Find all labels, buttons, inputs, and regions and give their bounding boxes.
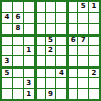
sudoku-cell-r7c5[interactable] xyxy=(46,67,56,77)
sudoku-cell-r7c8[interactable] xyxy=(78,67,88,77)
sudoku-cell-r6c8[interactable] xyxy=(78,56,88,66)
sudoku-cell-r2c1: 4 xyxy=(2,13,12,23)
sudoku-cell-r1c6[interactable] xyxy=(56,2,66,12)
sudoku-cell-r4c4[interactable] xyxy=(35,35,45,45)
sudoku-cell-r6c2[interactable] xyxy=(13,56,23,66)
sudoku-cell-r5c4[interactable] xyxy=(35,46,45,56)
sudoku-cell-r9c5: 9 xyxy=(46,89,56,99)
sudoku-cell-r1c1[interactable] xyxy=(2,2,12,12)
sudoku-cell-r4c5: 5 xyxy=(46,35,56,45)
sudoku-cell-r5c5: 2 xyxy=(46,46,56,56)
sudoku-cell-r2c7[interactable] xyxy=(67,13,77,23)
sudoku-cell-r8c4[interactable] xyxy=(35,78,45,88)
sudoku-cell-r1c3[interactable] xyxy=(24,2,34,12)
sudoku-cell-r7c9: 2 xyxy=(89,67,99,77)
sudoku-cell-r8c6[interactable] xyxy=(56,78,66,88)
sudoku-cell-r1c8: 5 xyxy=(78,2,88,12)
sudoku-cell-r6c6[interactable] xyxy=(56,56,66,66)
sudoku-cell-r8c5[interactable] xyxy=(46,78,56,88)
sudoku-board: 51468567123542319 xyxy=(0,0,101,101)
sudoku-cell-r9c6[interactable] xyxy=(56,89,66,99)
sudoku-cell-r5c8[interactable] xyxy=(78,46,88,56)
sudoku-cell-r4c8: 7 xyxy=(78,35,88,45)
sudoku-cell-r8c8[interactable] xyxy=(78,78,88,88)
sudoku-cell-r8c1[interactable] xyxy=(2,78,12,88)
sudoku-cell-r9c9 xyxy=(89,89,99,99)
sudoku-cell-r4c3[interactable] xyxy=(24,35,34,45)
sudoku-cell-r5c3: 1 xyxy=(24,46,34,56)
sudoku-cell-r3c2: 8 xyxy=(13,24,23,34)
sudoku-cell-r7c7[interactable] xyxy=(67,67,77,77)
sudoku-cell-r4c6[interactable] xyxy=(56,35,66,45)
sudoku-cell-r5c7[interactable] xyxy=(67,46,77,56)
sudoku-cell-r2c6[interactable] xyxy=(56,13,66,23)
sudoku-cell-r6c5[interactable] xyxy=(46,56,56,66)
sudoku-cell-r6c1: 3 xyxy=(2,56,12,66)
sudoku-cell-r7c3[interactable] xyxy=(24,67,34,77)
sudoku-cell-r7c4[interactable] xyxy=(35,67,45,77)
sudoku-cell-r8c9[interactable] xyxy=(89,78,99,88)
sudoku-cell-r2c5[interactable] xyxy=(46,13,56,23)
sudoku-cell-r9c4[interactable] xyxy=(35,89,45,99)
sudoku-cell-r5c2[interactable] xyxy=(13,46,23,56)
sudoku-cell-r7c2[interactable] xyxy=(13,67,23,77)
sudoku-cell-r9c8[interactable] xyxy=(78,89,88,99)
sudoku-cell-r4c7: 6 xyxy=(67,35,77,45)
sudoku-cell-r1c2[interactable] xyxy=(13,2,23,12)
sudoku-cell-r6c3[interactable] xyxy=(24,56,34,66)
sudoku-cell-r5c6[interactable] xyxy=(56,46,66,56)
sudoku-cell-r2c2: 6 xyxy=(13,13,23,23)
sudoku-cell-r8c7[interactable] xyxy=(67,78,77,88)
sudoku-cell-r6c7[interactable] xyxy=(67,56,77,66)
sudoku-cell-r6c4[interactable] xyxy=(35,56,45,66)
sudoku-cell-r2c8[interactable] xyxy=(78,13,88,23)
sudoku-cell-r3c1[interactable] xyxy=(2,24,12,34)
sudoku-cell-r9c3: 1 xyxy=(24,89,34,99)
sudoku-cell-r8c3: 3 xyxy=(24,78,34,88)
sudoku-cell-r3c7[interactable] xyxy=(67,24,77,34)
sudoku-cell-r5c9[interactable] xyxy=(89,46,99,56)
sudoku-cell-r9c7[interactable] xyxy=(67,89,77,99)
sudoku-cell-r4c9[interactable] xyxy=(89,35,99,45)
sudoku-cell-r3c5[interactable] xyxy=(46,24,56,34)
sudoku-cell-r3c3[interactable] xyxy=(24,24,34,34)
sudoku-cell-r2c9[interactable] xyxy=(89,13,99,23)
sudoku-cell-r3c6[interactable] xyxy=(56,24,66,34)
sudoku-cell-r1c5[interactable] xyxy=(46,2,56,12)
sudoku-cell-r8c2[interactable] xyxy=(13,78,23,88)
sudoku-cell-r7c6: 4 xyxy=(56,67,66,77)
sudoku-cell-r1c9: 1 xyxy=(89,2,99,12)
sudoku-cell-r2c3[interactable] xyxy=(24,13,34,23)
sudoku-cell-r3c4[interactable] xyxy=(35,24,45,34)
sudoku-cell-r9c2[interactable] xyxy=(13,89,23,99)
sudoku-cell-r1c7[interactable] xyxy=(67,2,77,12)
sudoku-cell-r9c1[interactable] xyxy=(2,89,12,99)
sudoku-cell-r7c1: 5 xyxy=(2,67,12,77)
sudoku-cell-r1c4[interactable] xyxy=(35,2,45,12)
sudoku-cell-r3c8[interactable] xyxy=(78,24,88,34)
sudoku-cell-r3c9[interactable] xyxy=(89,24,99,34)
sudoku-cell-r5c1[interactable] xyxy=(2,46,12,56)
sudoku-cell-r2c4[interactable] xyxy=(35,13,45,23)
sudoku-cell-r4c2[interactable] xyxy=(13,35,23,45)
sudoku-cell-r4c1[interactable] xyxy=(2,35,12,45)
sudoku-cell-r6c9[interactable] xyxy=(89,56,99,66)
